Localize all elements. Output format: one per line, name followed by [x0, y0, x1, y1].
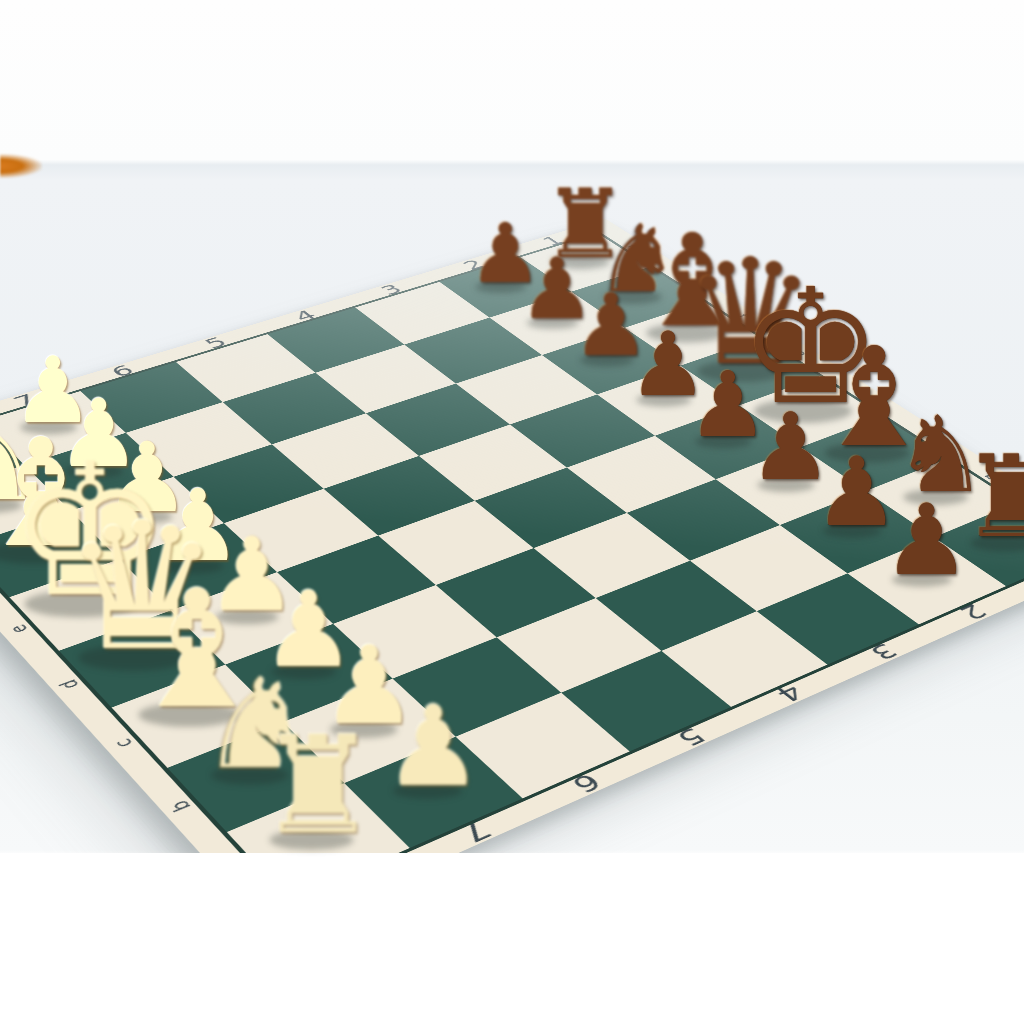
- chess-product-photo: hhggffeeddccbbaa1122334455667788 ♜♞♝♛♚♝♞…: [0, 0, 1024, 1024]
- orange-object-sliver: [0, 154, 42, 178]
- white-rook-a8: ♜: [258, 719, 379, 854]
- white-pawn-a7: ♟: [383, 691, 483, 802]
- brown-pawn-a2: ♟: [883, 492, 971, 590]
- photo-bottom-matte: [0, 853, 1024, 1024]
